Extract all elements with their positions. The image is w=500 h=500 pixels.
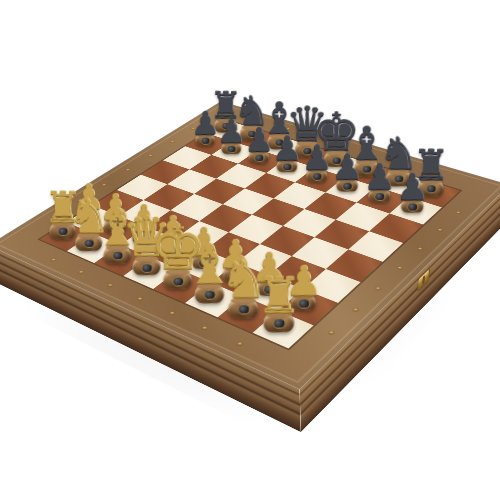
- brass-stud-icon: [236, 342, 243, 346]
- brass-stud-icon: [201, 326, 208, 330]
- chess-set-photo: ♜♞♝♛♚♝♞♜♟♟♟♟♟♟♟♟♟♟♟♟♟♟♟♟♜♞♝♛♚♝♞♜: [0, 0, 500, 500]
- brass-clasp-icon: [418, 269, 429, 291]
- square-f5[interactable]: [283, 209, 336, 238]
- perspective-wrapper: ♜♞♝♛♚♝♞♜♟♟♟♟♟♟♟♟♟♟♟♟♟♟♟♟♜♞♝♛♚♝♞♜: [0, 0, 500, 500]
- brass-stud-icon: [125, 169, 130, 172]
- brass-stud-icon: [397, 266, 403, 270]
- white-rook-figurine-icon: ♜: [256, 272, 300, 319]
- square-g6[interactable]: [336, 203, 389, 231]
- square-h6[interactable]: [369, 213, 423, 242]
- brass-stud-icon: [50, 258, 56, 261]
- brass-stud-icon: [418, 247, 424, 250]
- brass-stud-icon: [168, 311, 174, 315]
- brass-stud-icon: [107, 284, 113, 288]
- brass-stud-icon: [137, 297, 143, 301]
- square-h4[interactable]: [326, 249, 383, 282]
- square-h5[interactable]: [348, 231, 404, 262]
- brass-stud-icon: [437, 228, 443, 231]
- square-g5[interactable]: [315, 220, 369, 250]
- brass-stud-icon: [170, 141, 175, 143]
- brass-stud-icon: [328, 330, 335, 334]
- brass-stud-icon: [148, 155, 153, 157]
- brass-stud-icon: [456, 211, 462, 214]
- brass-stud-icon: [78, 271, 84, 274]
- chess-board: ♜♞♝♛♚♝♞♜♟♟♟♟♟♟♟♟♟♟♟♟♟♟♟♟♜♞♝♛♚♝♞♜: [0, 101, 500, 389]
- brass-stud-icon: [375, 287, 381, 291]
- black-pawn-figurine-icon: ♟: [396, 170, 429, 205]
- brass-stud-icon: [352, 308, 358, 312]
